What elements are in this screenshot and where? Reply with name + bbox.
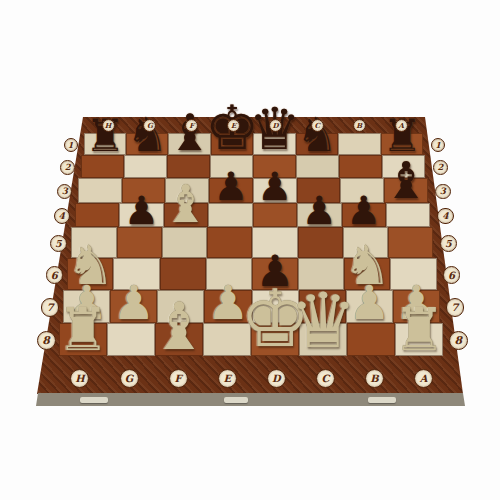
- square-d4: [253, 203, 297, 227]
- square-h7: ♟: [63, 290, 110, 323]
- square-h8: ♜: [59, 323, 107, 356]
- chess-set-photo: ♜♞♝♚♛♞♜♟♟♝♟♝♟♟♞♟♞♟♟♟♟♟♜♝♚♛♜ HGFEDCBAHGFE…: [0, 0, 500, 500]
- hinge: [224, 397, 248, 403]
- rank-label-right-5: 5: [440, 235, 457, 252]
- square-e8: [203, 323, 251, 356]
- square-g2: [124, 155, 167, 178]
- square-b1: [338, 133, 380, 155]
- square-g4: ♟: [119, 203, 163, 227]
- square-a3: ♝: [384, 178, 428, 203]
- file-label-far-a: A: [395, 119, 408, 132]
- square-g1: ♞: [126, 133, 168, 155]
- rank-label-right-4: 4: [437, 208, 453, 224]
- rank-label-left-1: 1: [64, 138, 78, 152]
- rank-label-right-3: 3: [435, 184, 450, 199]
- hinge: [80, 397, 108, 403]
- square-a2: [382, 155, 425, 178]
- square-e3: ♟: [209, 178, 253, 203]
- file-label-far-b: B: [353, 119, 366, 132]
- square-f1: ♝: [168, 133, 210, 155]
- square-a8: ♜: [395, 323, 443, 356]
- square-h3: [78, 178, 122, 203]
- square-g3: [122, 178, 166, 203]
- square-e6: [206, 258, 252, 290]
- square-d5: [252, 227, 297, 258]
- square-f2: [167, 155, 210, 178]
- square-e4: [208, 203, 252, 227]
- rank-label-right-6: 6: [443, 266, 461, 284]
- board-row-rank-3: ♟♟♝: [78, 178, 428, 203]
- square-d3: ♟: [253, 178, 297, 203]
- board-row-rank-6: ♞♟♞: [67, 258, 436, 290]
- square-a5: [388, 227, 433, 258]
- square-d8: ♚: [251, 323, 299, 356]
- square-b8: [347, 323, 395, 356]
- square-b7: ♟: [346, 290, 393, 323]
- square-h5: [71, 227, 116, 258]
- square-b3: [340, 178, 384, 203]
- black-bishop-f1: ♝: [167, 108, 212, 158]
- square-h2: [81, 155, 124, 178]
- square-e2: [210, 155, 253, 178]
- board-row-rank-2: [81, 155, 426, 178]
- square-c6: [298, 258, 344, 290]
- square-h4: [75, 203, 119, 227]
- rank-label-left-2: 2: [60, 160, 75, 175]
- board-row-rank-5: [71, 227, 433, 258]
- file-label-near-g: G: [120, 369, 139, 388]
- square-f3: [165, 178, 209, 203]
- square-e5: [207, 227, 252, 258]
- file-label-far-d: D: [269, 119, 282, 132]
- square-d7: [252, 290, 299, 323]
- square-f7: [157, 290, 204, 323]
- file-label-near-h: H: [70, 369, 89, 388]
- square-c4: ♟: [297, 203, 341, 227]
- rank-label-left-4: 4: [54, 208, 70, 224]
- board-row-rank-8: ♜♝♚♛♜: [59, 323, 443, 356]
- square-a7: ♟: [393, 290, 440, 323]
- square-f5: [162, 227, 207, 258]
- square-e7: ♟: [204, 290, 251, 323]
- square-f8: ♝: [155, 323, 203, 356]
- square-g7: ♟: [110, 290, 157, 323]
- file-label-far-h: H: [102, 119, 115, 132]
- square-g8: [107, 323, 155, 356]
- square-c7: [299, 290, 346, 323]
- square-d2: [253, 155, 296, 178]
- square-c2: [296, 155, 339, 178]
- board-row-rank-1: ♜♞♝♚♛♞♜: [84, 133, 424, 155]
- rank-label-right-7: 7: [446, 298, 464, 316]
- rank-label-right-1: 1: [431, 138, 445, 152]
- square-b5: [343, 227, 388, 258]
- file-label-near-c: C: [316, 369, 335, 388]
- square-a6: [390, 258, 436, 290]
- rank-label-left-7: 7: [41, 298, 59, 316]
- square-c8: ♛: [299, 323, 347, 356]
- file-label-near-a: A: [414, 369, 433, 388]
- square-c5: [298, 227, 343, 258]
- rank-label-left-6: 6: [46, 266, 64, 284]
- square-c3: [297, 178, 341, 203]
- file-label-far-c: C: [311, 119, 324, 132]
- rank-label-left-5: 5: [50, 235, 67, 252]
- square-b4: ♟: [342, 203, 386, 227]
- square-d6: ♟: [252, 258, 298, 290]
- file-label-near-e: E: [218, 369, 237, 388]
- square-f6: [160, 258, 206, 290]
- square-h6: ♞: [67, 258, 113, 290]
- square-a1: ♜: [381, 133, 423, 155]
- square-g6: [113, 258, 159, 290]
- rank-label-right-8: 8: [449, 331, 468, 350]
- file-label-near-f: F: [169, 369, 188, 388]
- board-side-edge: [36, 393, 465, 410]
- square-b2: [339, 155, 382, 178]
- rank-label-left-8: 8: [37, 331, 56, 350]
- square-h1: ♜: [84, 133, 126, 155]
- board-row-rank-4: ♟♝♟♟: [75, 203, 431, 227]
- file-label-near-d: D: [267, 369, 286, 388]
- rank-label-right-2: 2: [433, 160, 448, 175]
- square-b6: ♞: [344, 258, 390, 290]
- square-a4: [386, 203, 430, 227]
- square-e1: ♚: [211, 133, 253, 155]
- file-label-near-b: B: [365, 369, 384, 388]
- hinge: [368, 397, 396, 403]
- square-c1: ♞: [296, 133, 338, 155]
- square-d1: ♛: [253, 133, 295, 155]
- square-f4: ♝: [164, 203, 208, 227]
- board-row-rank-7: ♟♟♟♟♟: [63, 290, 440, 323]
- square-g5: [117, 227, 162, 258]
